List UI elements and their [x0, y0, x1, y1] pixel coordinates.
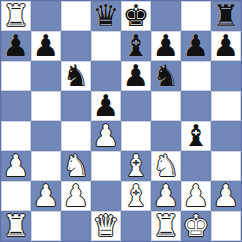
- square-d5[interactable]: ♟: [91, 91, 121, 121]
- square-a8[interactable]: ♜: [1, 1, 31, 31]
- square-c3[interactable]: ♞: [61, 151, 91, 181]
- piece-white-pawn: ♟: [153, 181, 180, 211]
- square-e8[interactable]: ♚: [121, 1, 151, 31]
- piece-black-king: ♚: [123, 1, 150, 31]
- piece-black-knight: ♞: [153, 61, 180, 91]
- piece-white-king: ♚: [183, 211, 210, 241]
- square-e4[interactable]: [121, 121, 151, 151]
- piece-white-rook: ♜: [3, 211, 30, 241]
- square-b1[interactable]: [31, 211, 61, 241]
- piece-black-pawn: ♟: [123, 61, 150, 91]
- square-b8[interactable]: [31, 1, 61, 31]
- square-d6[interactable]: [91, 61, 121, 91]
- square-c2[interactable]: ♟: [61, 181, 91, 211]
- piece-white-bishop: ♝: [123, 151, 150, 181]
- square-b7[interactable]: ♟: [31, 31, 61, 61]
- square-h3[interactable]: [211, 151, 241, 181]
- piece-white-knight: ♞: [63, 151, 90, 181]
- square-e7[interactable]: ♝: [121, 31, 151, 61]
- square-d3[interactable]: [91, 151, 121, 181]
- square-d2[interactable]: [91, 181, 121, 211]
- square-c5[interactable]: [61, 91, 91, 121]
- square-e6[interactable]: ♟: [121, 61, 151, 91]
- square-f4[interactable]: [151, 121, 181, 151]
- square-a5[interactable]: [1, 91, 31, 121]
- piece-black-pawn: ♟: [3, 31, 30, 61]
- piece-black-pawn: ♟: [213, 31, 240, 61]
- piece-black-pawn: ♟: [153, 31, 180, 61]
- square-e5[interactable]: [121, 91, 151, 121]
- square-a3[interactable]: ♟: [1, 151, 31, 181]
- square-c7[interactable]: [61, 31, 91, 61]
- square-f6[interactable]: ♞: [151, 61, 181, 91]
- square-h8[interactable]: ♜: [211, 1, 241, 31]
- square-a7[interactable]: ♟: [1, 31, 31, 61]
- square-f3[interactable]: ♞: [151, 151, 181, 181]
- square-h6[interactable]: [211, 61, 241, 91]
- square-c4[interactable]: [61, 121, 91, 151]
- square-g8[interactable]: [181, 1, 211, 31]
- square-d1[interactable]: ♛: [91, 211, 121, 241]
- piece-white-queen: ♛: [93, 211, 120, 241]
- piece-white-pawn: ♟: [3, 151, 30, 181]
- piece-white-rook: ♜: [3, 1, 30, 31]
- piece-black-bishop: ♝: [123, 31, 150, 61]
- square-f7[interactable]: ♟: [151, 31, 181, 61]
- square-a4[interactable]: [1, 121, 31, 151]
- square-e3[interactable]: ♝: [121, 151, 151, 181]
- square-a6[interactable]: [1, 61, 31, 91]
- square-d4[interactable]: ♟: [91, 121, 121, 151]
- square-h5[interactable]: [211, 91, 241, 121]
- piece-white-pawn: ♟: [63, 181, 90, 211]
- piece-white-bishop: ♝: [123, 181, 150, 211]
- piece-black-pawn: ♟: [93, 91, 120, 121]
- piece-white-knight: ♞: [153, 151, 180, 181]
- square-d8[interactable]: ♛: [91, 1, 121, 31]
- square-d7[interactable]: [91, 31, 121, 61]
- square-f2[interactable]: ♟: [151, 181, 181, 211]
- piece-black-bishop: ♝: [183, 121, 210, 151]
- square-c1[interactable]: [61, 211, 91, 241]
- piece-black-pawn: ♟: [33, 31, 60, 61]
- square-h2[interactable]: ♟: [211, 181, 241, 211]
- square-h1[interactable]: [211, 211, 241, 241]
- square-b4[interactable]: [31, 121, 61, 151]
- square-c8[interactable]: [61, 1, 91, 31]
- square-e2[interactable]: ♝: [121, 181, 151, 211]
- square-c6[interactable]: ♞: [61, 61, 91, 91]
- chess-board: ♜♛♚♜♟♟♝♟♟♟♞♟♞♟♟♝♟♞♝♞♟♟♝♟♟♟♜♛♜♚: [0, 0, 242, 242]
- square-g7[interactable]: ♟: [181, 31, 211, 61]
- square-a2[interactable]: [1, 181, 31, 211]
- square-f1[interactable]: ♜: [151, 211, 181, 241]
- piece-black-queen: ♛: [93, 1, 120, 31]
- square-h4[interactable]: [211, 121, 241, 151]
- piece-white-rook: ♜: [153, 211, 180, 241]
- piece-white-pawn: ♟: [183, 181, 210, 211]
- square-b5[interactable]: [31, 91, 61, 121]
- square-g5[interactable]: [181, 91, 211, 121]
- square-h7[interactable]: ♟: [211, 31, 241, 61]
- piece-black-knight: ♞: [63, 61, 90, 91]
- square-g4[interactable]: ♝: [181, 121, 211, 151]
- square-f5[interactable]: [151, 91, 181, 121]
- square-g6[interactable]: [181, 61, 211, 91]
- square-g1[interactable]: ♚: [181, 211, 211, 241]
- piece-black-pawn: ♟: [183, 31, 210, 61]
- square-b2[interactable]: ♟: [31, 181, 61, 211]
- piece-black-rook: ♜: [213, 1, 240, 31]
- square-e1[interactable]: [121, 211, 151, 241]
- square-f8[interactable]: [151, 1, 181, 31]
- square-a1[interactable]: ♜: [1, 211, 31, 241]
- piece-white-pawn: ♟: [33, 181, 60, 211]
- square-g3[interactable]: [181, 151, 211, 181]
- square-g2[interactable]: ♟: [181, 181, 211, 211]
- piece-white-pawn: ♟: [213, 181, 240, 211]
- square-b3[interactable]: [31, 151, 61, 181]
- square-b6[interactable]: [31, 61, 61, 91]
- piece-white-pawn: ♟: [93, 121, 120, 151]
